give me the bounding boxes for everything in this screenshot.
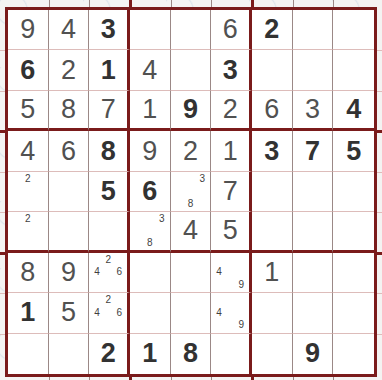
cell-r1c5[interactable] bbox=[171, 10, 212, 50]
cell-r1c1[interactable]: 9 bbox=[8, 10, 49, 50]
sudoku-app-screen: 9436262143587192634468921375256387238458… bbox=[0, 0, 382, 380]
cell-r8c4[interactable] bbox=[130, 293, 171, 333]
cell-r2c8[interactable] bbox=[293, 50, 334, 90]
pencil-mark-digit: 8 bbox=[144, 237, 156, 249]
user-digit: 4 bbox=[183, 217, 198, 244]
pencil-mark-digit: 8 bbox=[185, 198, 197, 210]
pencil-mark-digit: 2 bbox=[103, 294, 114, 306]
user-digit: 5 bbox=[61, 299, 76, 326]
given-digit: 3 bbox=[101, 16, 116, 43]
cell-r2c4[interactable]: 4 bbox=[130, 50, 171, 90]
pencil-mark-digit: 2 bbox=[22, 213, 34, 225]
cell-r2c9[interactable] bbox=[333, 50, 374, 90]
cell-r5c3[interactable]: 5 bbox=[89, 172, 130, 212]
cell-r1c2[interactable]: 4 bbox=[49, 10, 90, 50]
user-digit: 4 bbox=[20, 138, 35, 165]
user-digit: 6 bbox=[223, 16, 238, 43]
cell-r7c5[interactable] bbox=[171, 253, 212, 293]
cell-r2c6[interactable]: 3 bbox=[211, 50, 252, 90]
cell-r1c3[interactable]: 3 bbox=[89, 10, 130, 50]
cell-r9c1[interactable] bbox=[8, 334, 49, 374]
given-digit: 8 bbox=[183, 340, 198, 367]
pencil-mark-digit: 6 bbox=[114, 307, 125, 319]
pencil-mark-grid: 38 bbox=[173, 173, 209, 210]
cell-r4c3[interactable]: 8 bbox=[89, 131, 130, 171]
pencil-mark-digit: 6 bbox=[114, 266, 125, 278]
cell-r5c1[interactable]: 2 bbox=[8, 172, 49, 212]
user-digit: 7 bbox=[223, 178, 238, 205]
cell-r6c6[interactable]: 5 bbox=[211, 212, 252, 252]
given-digit: 1 bbox=[101, 57, 116, 84]
user-digit: 9 bbox=[20, 16, 35, 43]
cell-r3c2[interactable]: 8 bbox=[49, 91, 90, 131]
pencil-mark-digit: 4 bbox=[91, 266, 102, 278]
given-digit: 5 bbox=[101, 178, 116, 205]
cell-r4c5[interactable]: 2 bbox=[171, 131, 212, 171]
cell-r3c7[interactable]: 6 bbox=[252, 91, 293, 131]
user-digit: 1 bbox=[223, 138, 238, 165]
cell-r4c8[interactable]: 7 bbox=[293, 131, 334, 171]
cell-r1c9[interactable] bbox=[333, 10, 374, 50]
given-digit: 7 bbox=[305, 138, 320, 165]
pencil-mark-digit: 9 bbox=[236, 279, 247, 291]
given-digit: 5 bbox=[346, 138, 361, 165]
cell-r1c4[interactable] bbox=[130, 10, 171, 50]
user-digit: 9 bbox=[61, 259, 76, 286]
given-digit: 3 bbox=[264, 138, 279, 165]
pencil-mark-grid: 2 bbox=[10, 213, 46, 248]
cell-r9c3[interactable]: 2 bbox=[89, 334, 130, 374]
cell-r9c4[interactable]: 1 bbox=[130, 334, 171, 374]
cell-r5c9[interactable] bbox=[333, 172, 374, 212]
given-digit: 9 bbox=[305, 340, 320, 367]
pencil-mark-grid: 2 bbox=[10, 173, 46, 210]
cell-r5c2[interactable] bbox=[49, 172, 90, 212]
cell-r5c4[interactable]: 6 bbox=[130, 172, 171, 212]
cell-r8c7[interactable] bbox=[252, 293, 293, 333]
given-digit: 3 bbox=[223, 57, 238, 84]
cell-r8c6[interactable]: 49 bbox=[211, 293, 252, 333]
given-digit: 1 bbox=[142, 340, 157, 367]
pencil-mark-digit: 2 bbox=[22, 173, 34, 185]
cell-r4c6[interactable]: 1 bbox=[211, 131, 252, 171]
pencil-mark-grid: 49 bbox=[213, 254, 247, 291]
cell-r5c6[interactable]: 7 bbox=[211, 172, 252, 212]
cell-r8c2[interactable]: 5 bbox=[49, 293, 90, 333]
given-digit: 2 bbox=[101, 340, 116, 367]
user-digit: 7 bbox=[101, 96, 116, 123]
cell-r9c7[interactable] bbox=[252, 334, 293, 374]
cell-r9c9[interactable] bbox=[333, 334, 374, 374]
given-digit: 9 bbox=[183, 96, 198, 123]
user-digit: 1 bbox=[142, 96, 157, 123]
cell-r3c3[interactable]: 7 bbox=[89, 91, 130, 131]
cell-r8c5[interactable] bbox=[171, 293, 212, 333]
given-digit: 4 bbox=[346, 96, 361, 123]
cell-r7c3[interactable]: 246 bbox=[89, 253, 130, 293]
pencil-mark-digit: 4 bbox=[91, 307, 102, 319]
cell-r8c9[interactable] bbox=[333, 293, 374, 333]
user-digit: 8 bbox=[61, 96, 76, 123]
cell-r7c6[interactable]: 49 bbox=[211, 253, 252, 293]
cell-r9c8[interactable]: 9 bbox=[293, 334, 334, 374]
cell-r5c7[interactable] bbox=[252, 172, 293, 212]
user-digit: 5 bbox=[20, 96, 35, 123]
cell-r4c4[interactable]: 9 bbox=[130, 131, 171, 171]
cell-r6c5[interactable]: 4 bbox=[171, 212, 212, 252]
user-digit: 4 bbox=[142, 57, 157, 84]
cell-r6c1[interactable]: 2 bbox=[8, 212, 49, 252]
cell-r2c5[interactable] bbox=[171, 50, 212, 90]
cell-r2c3[interactable]: 1 bbox=[89, 50, 130, 90]
cell-r6c2[interactable] bbox=[49, 212, 90, 252]
cell-r7c7[interactable]: 1 bbox=[252, 253, 293, 293]
user-digit: 2 bbox=[223, 96, 238, 123]
cell-r4c7[interactable]: 3 bbox=[252, 131, 293, 171]
cell-r1c7[interactable]: 2 bbox=[252, 10, 293, 50]
cell-r4c1[interactable]: 4 bbox=[8, 131, 49, 171]
cell-r1c6[interactable]: 6 bbox=[211, 10, 252, 50]
user-digit: 5 bbox=[223, 217, 238, 244]
cell-r2c7[interactable] bbox=[252, 50, 293, 90]
cell-r3c8[interactable]: 3 bbox=[293, 91, 334, 131]
given-digit: 2 bbox=[264, 16, 279, 43]
pencil-mark-grid: 246 bbox=[91, 254, 125, 291]
given-digit: 8 bbox=[101, 138, 116, 165]
given-digit: 6 bbox=[20, 57, 35, 84]
cell-r3c9[interactable]: 4 bbox=[333, 91, 374, 131]
cell-r6c9[interactable] bbox=[333, 212, 374, 252]
cell-r4c2[interactable]: 6 bbox=[49, 131, 90, 171]
pencil-mark-grid: 38 bbox=[132, 213, 168, 248]
cell-r7c9[interactable] bbox=[333, 253, 374, 293]
cell-r5c8[interactable] bbox=[293, 172, 334, 212]
given-digit: 1 bbox=[20, 299, 35, 326]
cell-r3c1[interactable]: 5 bbox=[8, 91, 49, 131]
pencil-mark-grid: 49 bbox=[213, 294, 247, 331]
user-digit: 6 bbox=[61, 138, 76, 165]
user-digit: 2 bbox=[183, 138, 198, 165]
user-digit: 9 bbox=[142, 138, 157, 165]
pencil-mark-digit: 4 bbox=[213, 307, 224, 319]
cell-r6c4[interactable]: 38 bbox=[130, 212, 171, 252]
cell-r2c2[interactable]: 2 bbox=[49, 50, 90, 90]
cell-r9c5[interactable]: 8 bbox=[171, 334, 212, 374]
cell-r3c5[interactable]: 9 bbox=[171, 91, 212, 131]
cell-r9c2[interactable] bbox=[49, 334, 90, 374]
user-digit: 1 bbox=[264, 259, 279, 286]
user-digit: 6 bbox=[264, 96, 279, 123]
pencil-mark-digit: 4 bbox=[213, 266, 224, 278]
pencil-mark-digit: 2 bbox=[103, 254, 114, 266]
cell-r8c8[interactable] bbox=[293, 293, 334, 333]
cell-r3c4[interactable]: 1 bbox=[130, 91, 171, 131]
cell-r7c8[interactable] bbox=[293, 253, 334, 293]
cell-r3c6[interactable]: 2 bbox=[211, 91, 252, 131]
user-digit: 2 bbox=[61, 57, 76, 84]
pencil-mark-grid: 246 bbox=[91, 294, 125, 331]
cell-r8c3[interactable]: 246 bbox=[89, 293, 130, 333]
given-digit: 6 bbox=[142, 178, 157, 205]
cell-r6c3[interactable] bbox=[89, 212, 130, 252]
sudoku-board: 9436262143587192634468921375256387238458… bbox=[5, 7, 377, 377]
cell-r2c1[interactable]: 6 bbox=[8, 50, 49, 90]
pencil-mark-digit: 3 bbox=[156, 213, 168, 225]
cell-r7c1[interactable]: 8 bbox=[8, 253, 49, 293]
cell-r1c8[interactable] bbox=[293, 10, 334, 50]
cell-r4c9[interactable]: 5 bbox=[333, 131, 374, 171]
user-digit: 8 bbox=[20, 259, 35, 286]
cell-r6c7[interactable] bbox=[252, 212, 293, 252]
pencil-mark-digit: 3 bbox=[196, 173, 208, 185]
user-digit: 4 bbox=[61, 16, 76, 43]
pencil-mark-digit: 9 bbox=[236, 319, 247, 331]
cell-r5c5[interactable]: 38 bbox=[171, 172, 212, 212]
cell-r8c1[interactable]: 1 bbox=[8, 293, 49, 333]
cell-r7c4[interactable] bbox=[130, 253, 171, 293]
user-digit: 3 bbox=[305, 96, 320, 123]
cell-r9c6[interactable] bbox=[211, 334, 252, 374]
cell-r7c2[interactable]: 9 bbox=[49, 253, 90, 293]
cell-r6c8[interactable] bbox=[293, 212, 334, 252]
